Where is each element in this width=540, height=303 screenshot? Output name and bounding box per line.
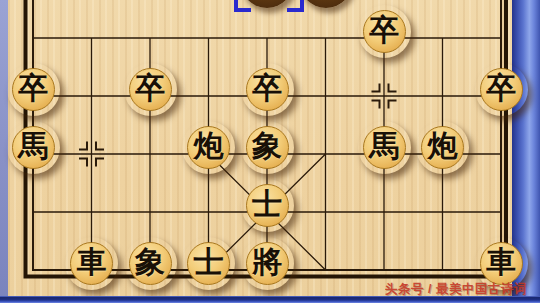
bottom-frame-bar xyxy=(0,296,540,303)
piece-chariot-b10[interactable]: 車 xyxy=(65,237,118,290)
piece-char: 馬 xyxy=(369,131,399,161)
piece-char: 炮 xyxy=(428,131,458,161)
piece-pawn-a7[interactable]: 卒 xyxy=(7,63,60,116)
piece-char: 車 xyxy=(77,247,107,277)
piece-pawn-i7[interactable]: 卒 xyxy=(475,63,528,116)
piece-face: 卒 xyxy=(480,68,523,111)
piece-char: 卒 xyxy=(369,15,399,45)
piece-face: 象 xyxy=(129,242,172,285)
piece-pawn-c7[interactable]: 卒 xyxy=(124,63,177,116)
piece-char: 象 xyxy=(252,131,282,161)
piece-face: 馬 xyxy=(363,126,406,169)
piece-advisor-e9[interactable]: 士 xyxy=(241,179,294,232)
piece-pawn-g6[interactable]: 卒 xyxy=(358,5,411,58)
xiangqi-app-window: 卒卒卒卒卒馬炮象馬炮士車象士將車 头条号 / 最美中国古诗词 xyxy=(0,0,540,303)
piece-face: 炮 xyxy=(421,126,464,169)
piece-face: 士 xyxy=(246,184,289,227)
piece-pawn-e7[interactable]: 卒 xyxy=(241,63,294,116)
piece-char: 卒 xyxy=(18,73,48,103)
piece-face: 將 xyxy=(246,242,289,285)
piece-horse-a8[interactable]: 馬 xyxy=(7,121,60,174)
piece-char: 士 xyxy=(252,189,282,219)
piece-face: 馬 xyxy=(12,126,55,169)
piece-char: 卒 xyxy=(252,73,282,103)
piece-char: 車 xyxy=(486,247,516,277)
piece-face: 卒 xyxy=(363,10,406,53)
piece-face: 炮 xyxy=(187,126,230,169)
piece-char: 士 xyxy=(194,247,224,277)
piece-face: 車 xyxy=(70,242,113,285)
piece-elephant-c10[interactable]: 象 xyxy=(124,237,177,290)
piece-horse-g8[interactable]: 馬 xyxy=(358,121,411,174)
piece-face: 象 xyxy=(246,126,289,169)
piece-cannon-h8[interactable]: 炮 xyxy=(416,121,469,174)
piece-face: 士 xyxy=(187,242,230,285)
piece-face: 卒 xyxy=(246,68,289,111)
piece-char: 炮 xyxy=(194,131,224,161)
piece-face: 卒 xyxy=(12,68,55,111)
piece-char: 卒 xyxy=(486,73,516,103)
piece-face: 車 xyxy=(480,242,523,285)
piece-char: 象 xyxy=(135,247,165,277)
selection-bracket-right xyxy=(287,0,304,12)
piece-char: 馬 xyxy=(18,131,48,161)
piece-cannon-d8[interactable]: 炮 xyxy=(182,121,235,174)
piece-char: 將 xyxy=(252,247,282,277)
piece-advisor-d10[interactable]: 士 xyxy=(182,237,235,290)
piece-face: 卒 xyxy=(129,68,172,111)
piece-char: 卒 xyxy=(135,73,165,103)
piece-general-e10[interactable]: 將 xyxy=(241,237,294,290)
piece-elephant-e8[interactable]: 象 xyxy=(241,121,294,174)
selection-bracket-left xyxy=(234,0,251,12)
